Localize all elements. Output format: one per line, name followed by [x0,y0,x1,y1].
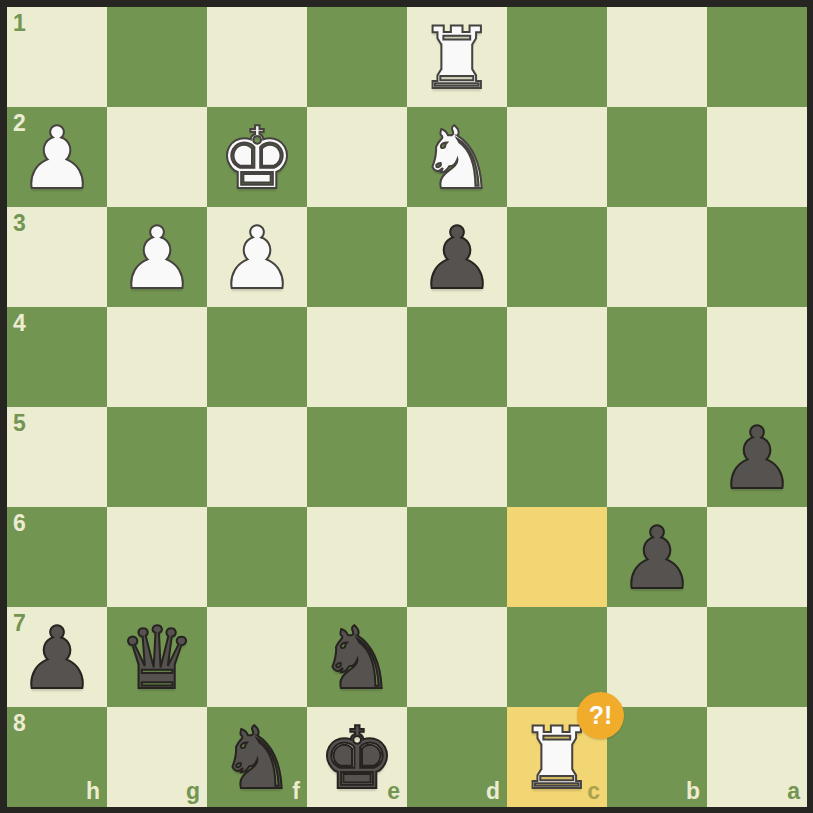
square-g1[interactable] [107,7,207,107]
white-knight-d2[interactable]: ♞ [407,107,507,207]
square-d3[interactable]: ♟ [407,207,507,307]
rank-label-5: 5 [13,410,26,437]
square-b2[interactable] [607,107,707,207]
file-label-g: g [186,778,200,805]
square-c2[interactable] [507,107,607,207]
square-c3[interactable] [507,207,607,307]
rank-label-1: 1 [13,10,26,37]
square-f2[interactable]: ♚ [207,107,307,207]
black-knight-f8[interactable]: ♞ [207,707,307,807]
square-e8[interactable]: e♚ [307,707,407,807]
square-c5[interactable] [507,407,607,507]
square-g6[interactable] [107,507,207,607]
white-pawn-g3[interactable]: ♟ [107,207,207,307]
rank-label-4: 4 [13,310,26,337]
square-h6[interactable]: 6 [7,507,107,607]
square-f5[interactable] [207,407,307,507]
rank-label-6: 6 [13,510,26,537]
white-pawn-f3[interactable]: ♟ [207,207,307,307]
white-king-f2[interactable]: ♚ [207,107,307,207]
black-pawn-b6[interactable]: ♟ [607,507,707,607]
square-a7[interactable] [707,607,807,707]
square-g4[interactable] [107,307,207,407]
square-d4[interactable] [407,307,507,407]
square-g5[interactable] [107,407,207,507]
square-c4[interactable] [507,307,607,407]
square-h1[interactable]: 1 [7,7,107,107]
square-f4[interactable] [207,307,307,407]
board-frame: 1♜2♟♚♞3♟♟♟45♟6♟7♟♛♞8hgf♞e♚dc♜?!ba [0,0,813,813]
square-d7[interactable] [407,607,507,707]
square-a5[interactable]: ♟ [707,407,807,507]
square-f3[interactable]: ♟ [207,207,307,307]
square-g3[interactable]: ♟ [107,207,207,307]
square-a6[interactable] [707,507,807,607]
rank-label-8: 8 [13,710,26,737]
black-knight-e7[interactable]: ♞ [307,607,407,707]
square-d1[interactable]: ♜ [407,7,507,107]
square-b4[interactable] [607,307,707,407]
square-h3[interactable]: 3 [7,207,107,307]
square-a8[interactable]: a [707,707,807,807]
square-d6[interactable] [407,507,507,607]
square-d2[interactable]: ♞ [407,107,507,207]
square-b6[interactable]: ♟ [607,507,707,607]
square-g8[interactable]: g [107,707,207,807]
square-a3[interactable] [707,207,807,307]
square-b3[interactable] [607,207,707,307]
square-e1[interactable] [307,7,407,107]
white-rook-d1[interactable]: ♜ [407,7,507,107]
square-d8[interactable]: d [407,707,507,807]
square-c7[interactable] [507,607,607,707]
square-b5[interactable] [607,407,707,507]
square-f7[interactable] [207,607,307,707]
square-c1[interactable] [507,7,607,107]
square-e2[interactable] [307,107,407,207]
black-pawn-d3[interactable]: ♟ [407,207,507,307]
square-f8[interactable]: f♞ [207,707,307,807]
square-g7[interactable]: ♛ [107,607,207,707]
square-h5[interactable]: 5 [7,407,107,507]
square-c8[interactable]: c♜?! [507,707,607,807]
black-pawn-h7[interactable]: ♟ [7,607,107,707]
square-e5[interactable] [307,407,407,507]
square-a2[interactable] [707,107,807,207]
square-a1[interactable] [707,7,807,107]
square-e4[interactable] [307,307,407,407]
file-label-d: d [486,778,500,805]
square-g2[interactable] [107,107,207,207]
square-d5[interactable] [407,407,507,507]
black-king-e8[interactable]: ♚ [307,707,407,807]
square-c6[interactable] [507,507,607,607]
move-annotation-badge: ?! [577,692,624,739]
square-e6[interactable] [307,507,407,607]
chess-board: 1♜2♟♚♞3♟♟♟45♟6♟7♟♛♞8hgf♞e♚dc♜?!ba [7,7,807,807]
square-h8[interactable]: 8h [7,707,107,807]
file-label-h: h [86,778,100,805]
square-h2[interactable]: 2♟ [7,107,107,207]
square-h7[interactable]: 7♟ [7,607,107,707]
square-h4[interactable]: 4 [7,307,107,407]
square-e3[interactable] [307,207,407,307]
square-f1[interactable] [207,7,307,107]
square-e7[interactable]: ♞ [307,607,407,707]
black-pawn-a5[interactable]: ♟ [707,407,807,507]
white-pawn-h2[interactable]: ♟ [7,107,107,207]
black-queen-g7[interactable]: ♛ [107,607,207,707]
rank-label-3: 3 [13,210,26,237]
file-label-a: a [787,778,800,805]
square-b1[interactable] [607,7,707,107]
square-b7[interactable] [607,607,707,707]
square-a4[interactable] [707,307,807,407]
file-label-b: b [686,778,700,805]
square-f6[interactable] [207,507,307,607]
